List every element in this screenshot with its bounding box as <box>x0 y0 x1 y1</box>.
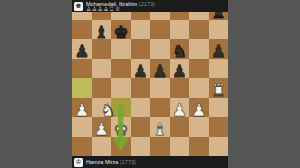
square-g6[interactable] <box>189 39 209 59</box>
square-e3[interactable] <box>150 98 170 118</box>
square-a6[interactable]: ♟ <box>72 39 92 59</box>
bottom-player-bar: ♔ Hamza Mirza (1773) <box>72 156 228 168</box>
square-b2[interactable]: ♟ <box>92 117 112 137</box>
square-f7[interactable] <box>170 20 190 40</box>
square-f2[interactable] <box>170 117 190 137</box>
square-c6[interactable] <box>111 39 131 59</box>
square-d5[interactable]: ♟ <box>131 59 151 79</box>
square-a4[interactable] <box>72 78 92 98</box>
square-c5[interactable] <box>111 59 131 79</box>
square-e2[interactable]: ♝ <box>150 117 170 137</box>
square-c7[interactable]: ♚ <box>111 20 131 40</box>
top-player-bar: ♚ Mohamedali, Ibrahim (2173) ♙♙♙♙♖♕ <box>72 0 228 12</box>
square-b5[interactable] <box>92 59 112 79</box>
bottom-player-avatar-icon: ♔ <box>74 158 83 167</box>
square-d6[interactable] <box>131 39 151 59</box>
app-background: ♜♝♚♟♞♟♟♟♟♜♟♞♟♟♟♚♝ ♚ Mohamedali, Ibrahim … <box>0 0 300 168</box>
bottom-player-rating: (1773) <box>120 159 136 165</box>
square-a2[interactable] <box>72 117 92 137</box>
square-d1[interactable] <box>131 137 151 157</box>
square-b7[interactable]: ♝ <box>92 20 112 40</box>
square-e7[interactable] <box>150 20 170 40</box>
chess-board[interactable]: ♜♝♚♟♞♟♟♟♟♜♟♞♟♟♟♚♝ <box>72 0 228 156</box>
square-h1[interactable] <box>209 137 229 157</box>
square-g2[interactable] <box>189 117 209 137</box>
square-h2[interactable] <box>209 117 229 137</box>
square-h6[interactable]: ♟ <box>209 39 229 59</box>
square-e4[interactable] <box>150 78 170 98</box>
square-a5[interactable] <box>72 59 92 79</box>
square-f1[interactable] <box>170 137 190 157</box>
square-c1[interactable] <box>111 137 131 157</box>
square-d3[interactable] <box>131 98 151 118</box>
square-b3[interactable] <box>92 98 112 118</box>
square-h7[interactable] <box>209 20 229 40</box>
square-c4[interactable] <box>111 78 131 98</box>
square-d4[interactable] <box>131 78 151 98</box>
square-b1[interactable] <box>92 137 112 157</box>
square-e5[interactable]: ♟ <box>150 59 170 79</box>
square-b4[interactable] <box>92 78 112 98</box>
square-g4[interactable] <box>189 78 209 98</box>
square-h5[interactable] <box>209 59 229 79</box>
square-h3[interactable] <box>209 98 229 118</box>
square-c3[interactable]: ♞ <box>111 98 131 118</box>
bottom-player-name-text: Hamza Mirza <box>86 159 118 165</box>
square-g5[interactable] <box>189 59 209 79</box>
square-f6[interactable]: ♞ <box>170 39 190 59</box>
top-player-avatar-icon: ♚ <box>74 2 83 11</box>
last-move-highlight-c3 <box>111 98 131 118</box>
square-f4[interactable] <box>170 78 190 98</box>
square-f3[interactable]: ♟ <box>170 98 190 118</box>
square-a1[interactable] <box>72 137 92 157</box>
top-player-rating: (2173) <box>139 1 155 7</box>
square-d7[interactable] <box>131 20 151 40</box>
square-a7[interactable] <box>72 20 92 40</box>
square-a3[interactable]: ♟ <box>72 98 92 118</box>
square-g1[interactable] <box>189 137 209 157</box>
square-g3[interactable]: ♟ <box>189 98 209 118</box>
square-e1[interactable] <box>150 137 170 157</box>
square-g7[interactable] <box>189 20 209 40</box>
square-b6[interactable] <box>92 39 112 59</box>
square-h4[interactable]: ♜ <box>209 78 229 98</box>
square-c2[interactable]: ♚ <box>111 117 131 137</box>
square-e6[interactable] <box>150 39 170 59</box>
last-move-highlight-a4 <box>72 78 92 98</box>
bottom-player-name[interactable]: Hamza Mirza (1773) <box>86 159 136 165</box>
square-d2[interactable] <box>131 117 151 137</box>
square-f5[interactable]: ♟ <box>170 59 190 79</box>
top-player-captured-pieces: ♙♙♙♙♖♕ <box>86 6 121 12</box>
